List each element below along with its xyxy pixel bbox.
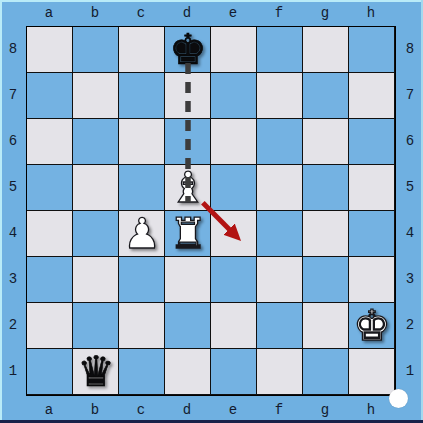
piece-white-rook-d4[interactable]: ♜ xyxy=(165,211,211,257)
square-b7[interactable] xyxy=(73,73,119,119)
square-b4[interactable] xyxy=(73,211,119,257)
square-e8[interactable] xyxy=(211,27,257,73)
piece-white-bishop-d5[interactable]: ♝ xyxy=(165,165,211,211)
square-f4[interactable] xyxy=(257,211,303,257)
square-c7[interactable] xyxy=(119,73,165,119)
rank-label-right-2: 2 xyxy=(397,302,423,348)
square-h5[interactable] xyxy=(349,165,395,211)
square-f1[interactable] xyxy=(257,349,303,395)
square-a1[interactable] xyxy=(27,349,73,395)
file-label-top-a: a xyxy=(26,0,72,26)
square-a3[interactable] xyxy=(27,257,73,303)
square-e6[interactable] xyxy=(211,119,257,165)
square-d3[interactable] xyxy=(165,257,211,303)
rank-label-right-5: 5 xyxy=(397,164,423,210)
square-g5[interactable] xyxy=(303,165,349,211)
square-b5[interactable] xyxy=(73,165,119,211)
rank-label-left-8: 8 xyxy=(0,26,26,72)
square-c5[interactable] xyxy=(119,165,165,211)
square-b3[interactable] xyxy=(73,257,119,303)
square-g3[interactable] xyxy=(303,257,349,303)
frame-highlight-top xyxy=(0,0,423,2)
square-a8[interactable] xyxy=(27,27,73,73)
rank-label-right-1: 1 xyxy=(397,348,423,394)
square-c2[interactable] xyxy=(119,303,165,349)
square-a7[interactable] xyxy=(27,73,73,119)
file-label-top-h: h xyxy=(348,0,394,26)
rank-label-left-6: 6 xyxy=(0,118,26,164)
square-f8[interactable] xyxy=(257,27,303,73)
square-g8[interactable] xyxy=(303,27,349,73)
file-label-top-c: c xyxy=(118,0,164,26)
rank-label-left-1: 1 xyxy=(0,348,26,394)
square-h1[interactable] xyxy=(349,349,395,395)
file-label-top-g: g xyxy=(302,0,348,26)
square-g6[interactable] xyxy=(303,119,349,165)
square-d6[interactable] xyxy=(165,119,211,165)
square-g7[interactable] xyxy=(303,73,349,119)
white-to-move-indicator xyxy=(389,389,408,408)
square-g1[interactable] xyxy=(303,349,349,395)
square-h3[interactable] xyxy=(349,257,395,303)
board xyxy=(26,26,396,396)
square-e1[interactable] xyxy=(211,349,257,395)
square-c1[interactable] xyxy=(119,349,165,395)
rank-label-right-3: 3 xyxy=(397,256,423,302)
file-label-top-e: e xyxy=(210,0,256,26)
file-label-top-b: b xyxy=(72,0,118,26)
square-a5[interactable] xyxy=(27,165,73,211)
square-b8[interactable] xyxy=(73,27,119,73)
piece-white-king-h2[interactable]: ♚ xyxy=(349,303,395,349)
rank-label-left-2: 2 xyxy=(0,302,26,348)
square-b6[interactable] xyxy=(73,119,119,165)
piece-black-queen-b1[interactable]: ♛ xyxy=(73,349,119,395)
file-label-top-f: f xyxy=(256,0,302,26)
square-a2[interactable] xyxy=(27,303,73,349)
square-c3[interactable] xyxy=(119,257,165,303)
square-g4[interactable] xyxy=(303,211,349,257)
square-h6[interactable] xyxy=(349,119,395,165)
square-c6[interactable] xyxy=(119,119,165,165)
rank-label-left-7: 7 xyxy=(0,72,26,118)
square-c8[interactable] xyxy=(119,27,165,73)
rank-label-left-3: 3 xyxy=(0,256,26,302)
square-f7[interactable] xyxy=(257,73,303,119)
square-e3[interactable] xyxy=(211,257,257,303)
square-a6[interactable] xyxy=(27,119,73,165)
square-d7[interactable] xyxy=(165,73,211,119)
square-e7[interactable] xyxy=(211,73,257,119)
square-h8[interactable] xyxy=(349,27,395,73)
rank-label-right-7: 7 xyxy=(397,72,423,118)
piece-black-king-d8[interactable]: ♚ xyxy=(165,27,211,73)
square-f2[interactable] xyxy=(257,303,303,349)
piece-white-pawn-c4[interactable]: ♟ xyxy=(119,211,165,257)
square-e2[interactable] xyxy=(211,303,257,349)
square-d1[interactable] xyxy=(165,349,211,395)
square-a4[interactable] xyxy=(27,211,73,257)
square-e5[interactable] xyxy=(211,165,257,211)
square-f6[interactable] xyxy=(257,119,303,165)
rank-label-left-4: 4 xyxy=(0,210,26,256)
chess-board-frame: aabbccddeeffgghh8877665544332211♚♝♟♜♚♛ xyxy=(0,0,423,423)
rank-label-right-8: 8 xyxy=(397,26,423,72)
rank-label-right-6: 6 xyxy=(397,118,423,164)
square-e4[interactable] xyxy=(211,211,257,257)
square-h4[interactable] xyxy=(349,211,395,257)
file-label-top-d: d xyxy=(164,0,210,26)
rank-label-right-4: 4 xyxy=(397,210,423,256)
square-f3[interactable] xyxy=(257,257,303,303)
square-f5[interactable] xyxy=(257,165,303,211)
rank-label-left-5: 5 xyxy=(0,164,26,210)
square-h7[interactable] xyxy=(349,73,395,119)
square-d2[interactable] xyxy=(165,303,211,349)
square-g2[interactable] xyxy=(303,303,349,349)
square-b2[interactable] xyxy=(73,303,119,349)
frame-highlight-left xyxy=(0,0,2,423)
